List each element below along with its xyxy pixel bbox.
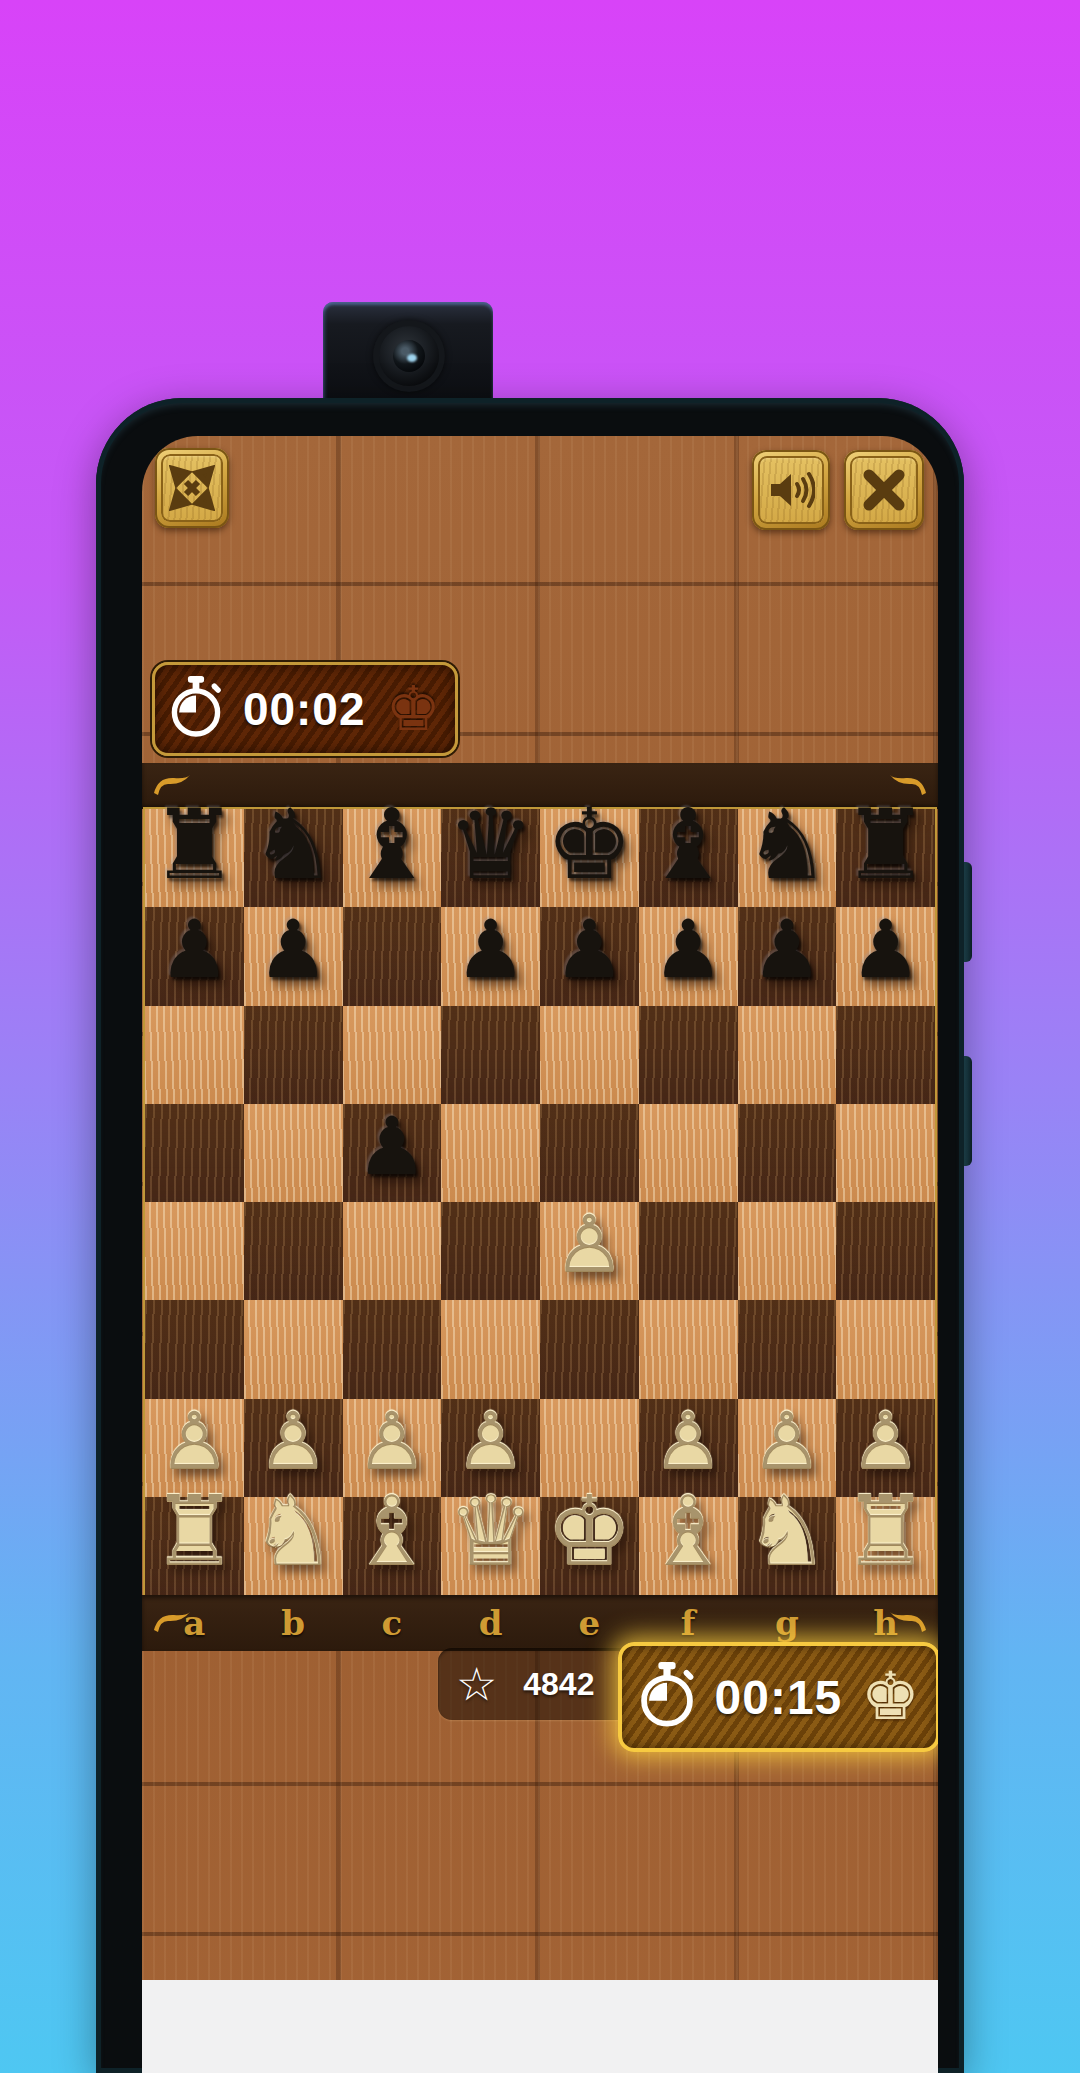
phone-screen: 00:02 ♚ ♜♞♝♛♚♝♞♜♟♟♟♟♟♟♟♟♟♙♟♙♟♙♟♙♟♙♟♙♟♙♟♙… — [142, 436, 938, 2073]
square-b5[interactable] — [244, 1104, 343, 1202]
square-f1[interactable]: ♝♗ — [639, 1497, 738, 1595]
star-icon: ☆ — [456, 1661, 497, 1707]
square-g6[interactable] — [738, 1006, 837, 1104]
square-f3[interactable] — [639, 1300, 738, 1398]
black-pawn[interactable]: ♟ — [554, 910, 626, 990]
square-f4[interactable] — [639, 1202, 738, 1300]
white-rook[interactable]: ♜♖ — [151, 1483, 238, 1580]
black-pawn[interactable]: ♟ — [257, 910, 329, 990]
file-label-c: c — [343, 1595, 442, 1651]
black-knight[interactable]: ♞ — [250, 796, 337, 893]
square-d3[interactable] — [441, 1300, 540, 1398]
square-a8[interactable]: ♜ — [145, 809, 244, 907]
square-e6[interactable] — [540, 1006, 639, 1104]
black-bishop[interactable]: ♝ — [348, 796, 435, 893]
file-label-d: d — [441, 1595, 540, 1651]
black-king[interactable]: ♚ — [546, 796, 633, 893]
black-pawn[interactable]: ♟ — [455, 910, 527, 990]
square-d7[interactable]: ♟ — [441, 907, 540, 1005]
square-b1[interactable]: ♞♘ — [244, 1497, 343, 1595]
square-h6[interactable] — [836, 1006, 935, 1104]
square-e1[interactable]: ♚♔ — [540, 1497, 639, 1595]
nav-bar — [142, 1980, 938, 2073]
black-rook[interactable]: ♜ — [151, 796, 238, 893]
white-pawn[interactable]: ♟♙ — [751, 1402, 823, 1482]
white-knight[interactable]: ♞♘ — [250, 1483, 337, 1580]
close-icon — [861, 467, 907, 513]
square-g4[interactable] — [738, 1202, 837, 1300]
white-bishop[interactable]: ♝♗ — [645, 1483, 732, 1580]
black-pawn[interactable]: ♟ — [751, 910, 823, 990]
black-rook[interactable]: ♜ — [842, 796, 929, 893]
square-h1[interactable]: ♜♖ — [836, 1497, 935, 1595]
speaker-icon — [767, 468, 815, 512]
black-pawn[interactable]: ♟ — [652, 910, 724, 990]
black-bishop[interactable]: ♝ — [645, 796, 732, 893]
fullscreen-button[interactable] — [155, 448, 229, 528]
white-pawn[interactable]: ♟♙ — [554, 1205, 626, 1285]
square-f7[interactable]: ♟ — [639, 907, 738, 1005]
square-h4[interactable] — [836, 1202, 935, 1300]
file-label-a: a — [145, 1595, 244, 1651]
white-knight[interactable]: ♞♘ — [743, 1483, 830, 1580]
file-label-e: e — [540, 1595, 639, 1651]
square-g3[interactable] — [738, 1300, 837, 1398]
black-clock-time: 00:02 — [223, 682, 385, 736]
close-button[interactable] — [844, 450, 924, 530]
square-b4[interactable] — [244, 1202, 343, 1300]
white-pawn[interactable]: ♟♙ — [652, 1402, 724, 1482]
black-pawn[interactable]: ♟ — [159, 910, 231, 990]
square-f6[interactable] — [639, 1006, 738, 1104]
square-g7[interactable]: ♟ — [738, 907, 837, 1005]
black-clock-panel: 00:02 ♚ — [152, 662, 458, 756]
square-e7[interactable]: ♟ — [540, 907, 639, 1005]
file-label-b: b — [244, 1595, 343, 1651]
white-pawn[interactable]: ♟♙ — [257, 1402, 329, 1482]
white-king-icon: ♚ — [861, 1664, 920, 1730]
square-a7[interactable]: ♟ — [145, 907, 244, 1005]
square-b8[interactable]: ♞ — [244, 809, 343, 907]
square-c7[interactable] — [343, 907, 442, 1005]
square-c8[interactable]: ♝ — [343, 809, 442, 907]
square-g5[interactable] — [738, 1104, 837, 1202]
camera-lens-icon — [373, 320, 445, 392]
expand-arrows-icon — [169, 465, 215, 511]
white-pawn[interactable]: ♟♙ — [850, 1402, 922, 1482]
popup-camera — [323, 302, 493, 402]
white-pawn[interactable]: ♟♙ — [159, 1402, 231, 1482]
chess-board: ♜♞♝♛♚♝♞♜♟♟♟♟♟♟♟♟♟♙♟♙♟♙♟♙♟♙♟♙♟♙♟♙♜♖♞♘♝♗♛♕… — [142, 763, 938, 1651]
white-pawn[interactable]: ♟♙ — [455, 1402, 527, 1482]
square-a6[interactable] — [145, 1006, 244, 1104]
square-g1[interactable]: ♞♘ — [738, 1497, 837, 1595]
white-clock-panel: 00:15 ♚ — [618, 1642, 938, 1752]
square-h3[interactable] — [836, 1300, 935, 1398]
camera-glint — [407, 354, 417, 362]
square-c6[interactable] — [343, 1006, 442, 1104]
white-king[interactable]: ♚♔ — [546, 1483, 633, 1580]
white-queen[interactable]: ♛♕ — [447, 1483, 534, 1580]
square-d4[interactable] — [441, 1202, 540, 1300]
white-bishop[interactable]: ♝♗ — [348, 1483, 435, 1580]
score-panel: ☆ 4842 — [438, 1648, 646, 1720]
square-d1[interactable]: ♛♕ — [441, 1497, 540, 1595]
score-value: 4842 — [523, 1666, 594, 1703]
square-d8[interactable]: ♛ — [441, 809, 540, 907]
black-king-icon: ♚ — [385, 678, 441, 740]
white-rook[interactable]: ♜♖ — [842, 1483, 929, 1580]
black-knight[interactable]: ♞ — [743, 796, 830, 893]
square-e5[interactable] — [540, 1104, 639, 1202]
white-clock-time: 00:15 — [696, 1670, 861, 1725]
square-e4[interactable]: ♟♙ — [540, 1202, 639, 1300]
black-pawn[interactable]: ♟ — [850, 910, 922, 990]
square-a5[interactable] — [145, 1104, 244, 1202]
square-c5[interactable]: ♟ — [343, 1104, 442, 1202]
square-c1[interactable]: ♝♗ — [343, 1497, 442, 1595]
square-h8[interactable]: ♜ — [836, 809, 935, 907]
square-f8[interactable]: ♝ — [639, 809, 738, 907]
square-c4[interactable] — [343, 1202, 442, 1300]
square-b6[interactable] — [244, 1006, 343, 1104]
square-h7[interactable]: ♟ — [836, 907, 935, 1005]
black-pawn[interactable]: ♟ — [356, 1107, 428, 1187]
stopwatch-icon — [638, 1662, 696, 1732]
square-f5[interactable] — [639, 1104, 738, 1202]
square-b7[interactable]: ♟ — [244, 907, 343, 1005]
square-a3[interactable] — [145, 1300, 244, 1398]
square-a4[interactable] — [145, 1202, 244, 1300]
square-a1[interactable]: ♜♖ — [145, 1497, 244, 1595]
square-g8[interactable]: ♞ — [738, 809, 837, 907]
square-e8[interactable]: ♚ — [540, 809, 639, 907]
stopwatch-icon — [169, 676, 223, 742]
board-squares: ♜♞♝♛♚♝♞♜♟♟♟♟♟♟♟♟♟♙♟♙♟♙♟♙♟♙♟♙♟♙♟♙♜♖♞♘♝♗♛♕… — [145, 809, 935, 1595]
black-queen[interactable]: ♛ — [447, 796, 534, 893]
square-d5[interactable] — [441, 1104, 540, 1202]
square-d6[interactable] — [441, 1006, 540, 1104]
screenshot-root: 00:02 ♚ ♜♞♝♛♚♝♞♜♟♟♟♟♟♟♟♟♟♙♟♙♟♙♟♙♟♙♟♙♟♙♟♙… — [0, 0, 1080, 2073]
square-h5[interactable] — [836, 1104, 935, 1202]
white-pawn[interactable]: ♟♙ — [356, 1402, 428, 1482]
sound-button[interactable] — [752, 450, 830, 530]
square-c3[interactable] — [343, 1300, 442, 1398]
square-b3[interactable] — [244, 1300, 343, 1398]
square-e3[interactable] — [540, 1300, 639, 1398]
